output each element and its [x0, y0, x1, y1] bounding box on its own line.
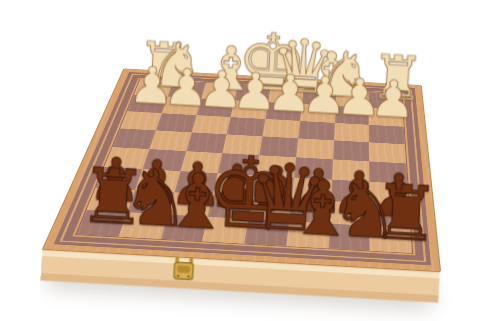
camera-roll-wrapper: ♜♞♝♚♛♝♞♜♟♟♟♟♟♟♟♟♟♟♟♟♟♟♟♟♜♞♝♚♛♝♞♜: [0, 0, 500, 321]
square-f8: ♝: [160, 215, 208, 242]
square-f3: [191, 115, 231, 135]
square-g7: ♟: [127, 190, 174, 215]
square-a3: [369, 125, 405, 145]
square-a5: [369, 161, 407, 183]
square-f5: [180, 151, 222, 173]
white-king: ♚: [235, 21, 273, 101]
square-e7: ♟: [208, 194, 252, 219]
square-c4: [296, 138, 334, 159]
square-f1: ♝: [201, 83, 238, 101]
square-d1: ♛: [268, 86, 303, 104]
chess-set-product-photo: ♜♞♝♚♛♝♞♜♟♟♟♟♟♟♟♟♟♟♟♟♟♟♟♟♜♞♝♚♛♝♞♜: [0, 0, 500, 321]
square-e3: [227, 117, 266, 137]
square-e1: ♚: [235, 85, 271, 103]
square-d5: [256, 155, 296, 177]
square-c1: ♝: [302, 88, 336, 106]
square-c6: [291, 177, 331, 201]
white-rook: ♜: [369, 47, 406, 109]
square-h4: [112, 129, 155, 150]
square-c5: [294, 157, 333, 179]
square-d2: ♟: [265, 102, 301, 121]
square-b2: ♟: [335, 106, 370, 125]
square-b5: [332, 159, 370, 181]
square-h6: [96, 167, 143, 190]
square-b8: ♞: [328, 224, 370, 251]
square-g2: ♟: [162, 97, 201, 115]
square-a8: ♜: [370, 226, 412, 253]
square-c7: ♟: [289, 199, 331, 224]
square-b4: [333, 140, 370, 161]
square-a2: ♟: [369, 108, 404, 127]
square-g5: [142, 149, 186, 171]
square-g4: [149, 131, 191, 152]
square-d3: [262, 119, 300, 139]
square-d7: ♟: [248, 197, 291, 222]
square-f2: ♟: [196, 98, 234, 116]
clasp-latch-icon: [168, 249, 200, 286]
square-e6: [213, 173, 256, 196]
white-queen: ♛: [268, 28, 306, 103]
white-rook: ♜: [134, 34, 171, 96]
square-g1: ♞: [168, 81, 206, 98]
square-g3: [156, 113, 197, 132]
square-e2: ♟: [231, 100, 268, 119]
square-g8: ♞: [119, 212, 168, 238]
square-b3: [334, 123, 370, 143]
white-knight: ♞: [168, 34, 205, 98]
square-b7: ♟: [329, 201, 369, 226]
white-bishop: ♝: [302, 43, 339, 105]
square-a1: ♜: [369, 92, 403, 110]
square-d8: ♛: [244, 219, 289, 246]
square-f4: [186, 133, 227, 154]
board-box-lid: ♜♞♝♚♛♝♞♜♟♟♟♟♟♟♟♟♟♟♟♟♟♟♟♟♜♞♝♚♛♝♞♜: [42, 69, 441, 272]
square-e5: [218, 153, 259, 175]
perspective-wrapper: ♜♞♝♚♛♝♞♜♟♟♟♟♟♟♟♟♟♟♟♟♟♟♟♟♜♞♝♚♛♝♞♜: [79, 0, 437, 321]
square-c2: ♟: [300, 104, 335, 123]
white-bishop: ♝: [201, 37, 238, 99]
square-f6: [174, 171, 218, 194]
square-h2: ♟: [127, 95, 167, 113]
white-knight: ♞: [335, 43, 372, 107]
square-a6: [370, 182, 409, 206]
square-c3: [298, 121, 334, 141]
square-f7: ♟: [167, 192, 213, 217]
square-b6: [331, 179, 370, 203]
square-b1: ♞: [335, 90, 369, 108]
square-e4: [223, 135, 263, 156]
square-a7: ♟: [370, 203, 411, 228]
square-g6: [135, 169, 180, 192]
square-c8: ♝: [286, 222, 329, 249]
square-d4: [259, 136, 298, 157]
square-a4: [369, 142, 406, 163]
square-d6: [252, 175, 293, 198]
square-e8: ♚: [202, 217, 248, 244]
